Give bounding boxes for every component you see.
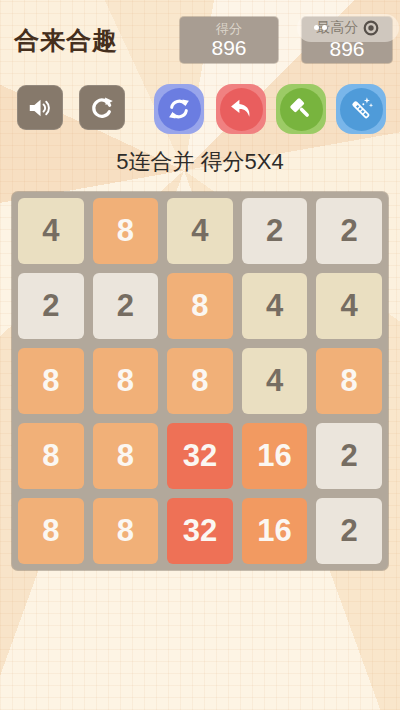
tile-8: 8: [167, 348, 233, 414]
restart-button[interactable]: [79, 85, 125, 130]
hammer-button[interactable]: [276, 84, 326, 134]
tile-4: 4: [242, 348, 308, 414]
game-screen: 合来合趣 得分 896 最高分 896: [0, 0, 400, 710]
sound-button[interactable]: [17, 85, 63, 130]
best-score-box: 最高分 896: [302, 17, 392, 63]
merge-status-message: 5连合并 得分5X4: [0, 147, 400, 177]
tile-2: 2: [316, 198, 382, 264]
speaker-icon: [26, 94, 54, 122]
tile-8: 8: [18, 423, 84, 489]
tile-4: 4: [242, 273, 308, 339]
record-icon[interactable]: [362, 19, 380, 37]
restart-icon: [88, 94, 116, 122]
tile-16: 16: [242, 498, 308, 564]
tile-2: 2: [316, 423, 382, 489]
tile-8: 8: [93, 498, 159, 564]
tile-8: 8: [93, 423, 159, 489]
tile-4: 4: [316, 273, 382, 339]
tile-32: 32: [167, 423, 233, 489]
tile-16: 16: [242, 423, 308, 489]
tile-8: 8: [167, 273, 233, 339]
best-score-value: 896: [302, 37, 392, 60]
tile-8: 8: [93, 348, 159, 414]
score-label: 得分: [216, 21, 242, 36]
score-box: 得分 896: [180, 17, 278, 63]
score-value: 896: [211, 36, 246, 59]
tile-32: 32: [167, 498, 233, 564]
cycle-arrows-icon: [158, 88, 201, 131]
tile-2: 2: [93, 273, 159, 339]
magic-wand-icon: [340, 88, 383, 131]
tile-2: 2: [242, 198, 308, 264]
undo-arrow-icon: [220, 88, 263, 131]
undo-button[interactable]: [216, 84, 266, 134]
tile-8: 8: [18, 498, 84, 564]
hammer-icon: [280, 88, 323, 131]
swap-button[interactable]: [154, 84, 204, 134]
tile-2: 2: [18, 273, 84, 339]
wand-button[interactable]: [336, 84, 386, 134]
app-title: 合来合趣: [14, 24, 118, 57]
tile-8: 8: [316, 348, 382, 414]
board[interactable]: 48422228448884888321628832162: [12, 192, 388, 570]
tile-4: 4: [18, 198, 84, 264]
tile-8: 8: [18, 348, 84, 414]
tile-8: 8: [93, 198, 159, 264]
tile-4: 4: [167, 198, 233, 264]
two-dots-icon: [314, 25, 327, 30]
tile-2: 2: [316, 498, 382, 564]
